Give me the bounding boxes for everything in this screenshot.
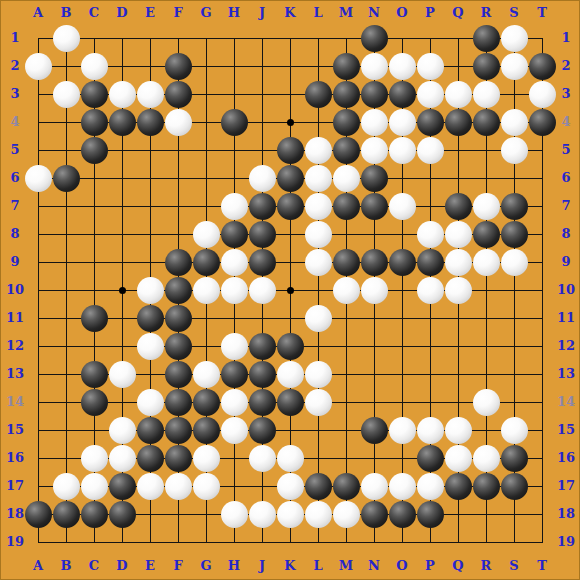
go-stone-black-J15 [249, 417, 276, 444]
row-label-left-7: 7 [2, 199, 28, 213]
column-label-bottom-D: D [109, 559, 135, 573]
row-label-left-18: 18 [2, 507, 28, 521]
row-label-right-17: 17 [553, 479, 579, 493]
go-stone-black-F13 [165, 361, 192, 388]
column-label-bottom-R: R [473, 559, 499, 573]
row-label-right-10: 10 [553, 283, 579, 297]
go-stone-white-R16 [473, 445, 500, 472]
go-stone-white-S1 [501, 25, 528, 52]
go-stone-white-E12 [137, 333, 164, 360]
go-stone-black-F2 [165, 53, 192, 80]
go-stone-black-E11 [137, 305, 164, 332]
go-stone-black-F3 [165, 81, 192, 108]
go-stone-white-Q3 [445, 81, 472, 108]
go-stone-white-L18 [305, 501, 332, 528]
go-stone-white-L9 [305, 249, 332, 276]
go-stone-white-M10 [333, 277, 360, 304]
row-label-left-2: 2 [2, 59, 28, 73]
go-stone-black-J9 [249, 249, 276, 276]
row-label-left-8: 8 [2, 227, 28, 241]
column-label-bottom-C: C [81, 559, 107, 573]
row-label-right-14: 14 [553, 395, 579, 409]
column-label-bottom-J: J [249, 559, 275, 573]
go-stone-black-M3 [333, 81, 360, 108]
go-stone-white-A6 [25, 165, 52, 192]
go-stone-black-M7 [333, 193, 360, 220]
go-stone-white-R14 [473, 389, 500, 416]
row-label-right-5: 5 [553, 143, 579, 157]
column-label-top-B: B [53, 6, 79, 20]
column-label-bottom-N: N [361, 559, 387, 573]
go-stone-white-D15 [109, 417, 136, 444]
row-label-left-11: 11 [2, 311, 28, 325]
go-stone-black-M17 [333, 473, 360, 500]
go-stone-white-K13 [277, 361, 304, 388]
go-stone-white-H9 [221, 249, 248, 276]
go-stone-black-Q4 [445, 109, 472, 136]
go-stone-white-N4 [361, 109, 388, 136]
go-stone-white-Q15 [445, 417, 472, 444]
go-stone-white-O4 [389, 109, 416, 136]
go-stone-black-O3 [389, 81, 416, 108]
go-stone-black-C4 [81, 109, 108, 136]
go-stone-white-R9 [473, 249, 500, 276]
row-label-left-12: 12 [2, 339, 28, 353]
row-label-right-8: 8 [553, 227, 579, 241]
go-stone-black-N7 [361, 193, 388, 220]
column-label-top-G: G [193, 6, 219, 20]
go-stone-white-N17 [361, 473, 388, 500]
go-stone-black-N3 [361, 81, 388, 108]
go-stone-white-P5 [417, 137, 444, 164]
column-label-bottom-B: B [53, 559, 79, 573]
go-stone-white-L6 [305, 165, 332, 192]
go-stone-black-L3 [305, 81, 332, 108]
go-stone-white-H10 [221, 277, 248, 304]
go-stone-white-E10 [137, 277, 164, 304]
row-label-left-16: 16 [2, 451, 28, 465]
column-label-top-T: T [529, 6, 555, 20]
star-point-K4 [287, 119, 294, 126]
go-stone-black-E15 [137, 417, 164, 444]
go-stone-black-J8 [249, 221, 276, 248]
go-stone-black-S17 [501, 473, 528, 500]
column-label-top-K: K [277, 6, 303, 20]
go-stone-black-F16 [165, 445, 192, 472]
go-stone-white-S5 [501, 137, 528, 164]
row-label-right-7: 7 [553, 199, 579, 213]
go-stone-black-C5 [81, 137, 108, 164]
go-stone-white-L13 [305, 361, 332, 388]
go-stone-black-S8 [501, 221, 528, 248]
go-stone-white-S2 [501, 53, 528, 80]
go-stone-black-Q7 [445, 193, 472, 220]
go-stone-white-L5 [305, 137, 332, 164]
go-stone-black-B18 [53, 501, 80, 528]
go-stone-white-J10 [249, 277, 276, 304]
go-stone-black-D17 [109, 473, 136, 500]
column-label-top-H: H [221, 6, 247, 20]
go-stone-white-E14 [137, 389, 164, 416]
go-stone-black-F12 [165, 333, 192, 360]
column-label-bottom-S: S [501, 559, 527, 573]
go-stone-white-K17 [277, 473, 304, 500]
column-label-bottom-M: M [333, 559, 359, 573]
go-stone-white-M6 [333, 165, 360, 192]
go-stone-white-J18 [249, 501, 276, 528]
row-label-right-16: 16 [553, 451, 579, 465]
go-stone-black-M9 [333, 249, 360, 276]
go-stone-white-G13 [193, 361, 220, 388]
go-stone-black-N9 [361, 249, 388, 276]
row-label-left-4: 4 [2, 115, 28, 129]
row-label-left-1: 1 [2, 31, 28, 45]
row-label-left-15: 15 [2, 423, 28, 437]
go-stone-black-J14 [249, 389, 276, 416]
go-stone-black-K14 [277, 389, 304, 416]
go-stone-white-G8 [193, 221, 220, 248]
row-label-left-14: 14 [2, 395, 28, 409]
go-stone-white-D13 [109, 361, 136, 388]
row-label-left-9: 9 [2, 255, 28, 269]
column-label-top-A: A [25, 6, 51, 20]
go-stone-black-S7 [501, 193, 528, 220]
star-point-D10 [119, 287, 126, 294]
go-stone-white-N2 [361, 53, 388, 80]
go-stone-white-H12 [221, 333, 248, 360]
row-label-right-3: 3 [553, 87, 579, 101]
go-stone-white-R3 [473, 81, 500, 108]
go-stone-black-G15 [193, 417, 220, 444]
column-label-bottom-A: A [25, 559, 51, 573]
go-stone-white-G10 [193, 277, 220, 304]
row-label-right-1: 1 [553, 31, 579, 45]
grid-line-horizontal [38, 542, 543, 543]
row-label-right-2: 2 [553, 59, 579, 73]
go-stone-black-F10 [165, 277, 192, 304]
go-stone-white-Q16 [445, 445, 472, 472]
go-stone-white-E3 [137, 81, 164, 108]
row-label-left-5: 5 [2, 143, 28, 157]
go-stone-white-P2 [417, 53, 444, 80]
go-stone-black-C18 [81, 501, 108, 528]
go-stone-white-J16 [249, 445, 276, 472]
column-label-bottom-H: H [221, 559, 247, 573]
row-label-right-11: 11 [553, 311, 579, 325]
go-stone-white-O5 [389, 137, 416, 164]
go-stone-white-B17 [53, 473, 80, 500]
go-stone-black-M2 [333, 53, 360, 80]
row-label-left-3: 3 [2, 87, 28, 101]
go-stone-black-R4 [473, 109, 500, 136]
row-label-left-13: 13 [2, 367, 28, 381]
go-stone-white-N5 [361, 137, 388, 164]
go-stone-white-S4 [501, 109, 528, 136]
row-label-right-19: 19 [553, 535, 579, 549]
go-stone-black-J7 [249, 193, 276, 220]
go-stone-white-O2 [389, 53, 416, 80]
go-stone-white-G16 [193, 445, 220, 472]
go-stone-black-T4 [529, 109, 556, 136]
go-stone-white-P8 [417, 221, 444, 248]
row-label-left-10: 10 [2, 283, 28, 297]
row-label-right-12: 12 [553, 339, 579, 353]
go-stone-black-F15 [165, 417, 192, 444]
column-label-top-C: C [81, 6, 107, 20]
go-stone-black-Q17 [445, 473, 472, 500]
go-stone-white-P15 [417, 417, 444, 444]
go-stone-black-F14 [165, 389, 192, 416]
go-stone-white-M18 [333, 501, 360, 528]
column-label-top-J: J [249, 6, 275, 20]
go-stone-white-H7 [221, 193, 248, 220]
go-stone-white-Q10 [445, 277, 472, 304]
go-stone-black-G14 [193, 389, 220, 416]
go-stone-white-R7 [473, 193, 500, 220]
go-stone-black-K5 [277, 137, 304, 164]
column-label-bottom-L: L [305, 559, 331, 573]
go-stone-white-F17 [165, 473, 192, 500]
go-stone-black-S16 [501, 445, 528, 472]
go-stone-white-K16 [277, 445, 304, 472]
column-label-top-Q: Q [445, 6, 471, 20]
go-stone-black-G9 [193, 249, 220, 276]
column-label-top-R: R [473, 6, 499, 20]
go-stone-black-K12 [277, 333, 304, 360]
go-stone-black-A18 [25, 501, 52, 528]
go-stone-white-D3 [109, 81, 136, 108]
row-label-right-4: 4 [553, 115, 579, 129]
go-stone-white-P3 [417, 81, 444, 108]
go-stone-black-N6 [361, 165, 388, 192]
go-stone-white-H18 [221, 501, 248, 528]
go-stone-white-L8 [305, 221, 332, 248]
go-stone-black-P4 [417, 109, 444, 136]
column-label-top-O: O [389, 6, 415, 20]
go-stone-white-N10 [361, 277, 388, 304]
go-stone-black-C11 [81, 305, 108, 332]
go-stone-black-E16 [137, 445, 164, 472]
go-stone-black-P9 [417, 249, 444, 276]
row-label-right-15: 15 [553, 423, 579, 437]
go-stone-black-O18 [389, 501, 416, 528]
go-stone-white-S9 [501, 249, 528, 276]
go-stone-white-L7 [305, 193, 332, 220]
go-stone-white-P10 [417, 277, 444, 304]
row-label-right-13: 13 [553, 367, 579, 381]
go-stone-black-J13 [249, 361, 276, 388]
column-label-bottom-K: K [277, 559, 303, 573]
go-board[interactable]: AABBCCDDEEFFGGHHJJKKLLMMNNOOPPQQRRSSTT11… [0, 0, 580, 580]
column-label-top-N: N [361, 6, 387, 20]
go-stone-white-D16 [109, 445, 136, 472]
go-stone-black-R2 [473, 53, 500, 80]
go-stone-white-F4 [165, 109, 192, 136]
go-stone-black-L17 [305, 473, 332, 500]
go-stone-white-O15 [389, 417, 416, 444]
column-label-top-E: E [137, 6, 163, 20]
column-label-bottom-O: O [389, 559, 415, 573]
grid-line-horizontal [38, 318, 543, 319]
column-label-bottom-T: T [529, 559, 555, 573]
go-stone-white-B3 [53, 81, 80, 108]
column-label-bottom-P: P [417, 559, 443, 573]
go-stone-black-H13 [221, 361, 248, 388]
row-label-left-17: 17 [2, 479, 28, 493]
go-stone-black-D18 [109, 501, 136, 528]
go-stone-black-C13 [81, 361, 108, 388]
go-stone-black-J12 [249, 333, 276, 360]
column-label-top-M: M [333, 6, 359, 20]
go-stone-black-N1 [361, 25, 388, 52]
row-label-left-6: 6 [2, 171, 28, 185]
go-stone-white-O17 [389, 473, 416, 500]
go-stone-white-C2 [81, 53, 108, 80]
go-stone-white-B1 [53, 25, 80, 52]
go-stone-white-Q9 [445, 249, 472, 276]
go-stone-black-H4 [221, 109, 248, 136]
go-stone-black-C3 [81, 81, 108, 108]
go-stone-white-L14 [305, 389, 332, 416]
column-label-bottom-Q: Q [445, 559, 471, 573]
go-stone-white-G17 [193, 473, 220, 500]
column-label-top-L: L [305, 6, 331, 20]
go-stone-black-C14 [81, 389, 108, 416]
go-stone-black-N18 [361, 501, 388, 528]
row-label-right-9: 9 [553, 255, 579, 269]
go-stone-black-F11 [165, 305, 192, 332]
go-stone-black-N15 [361, 417, 388, 444]
go-stone-white-A2 [25, 53, 52, 80]
go-stone-black-E4 [137, 109, 164, 136]
go-stone-black-P18 [417, 501, 444, 528]
row-label-left-19: 19 [2, 535, 28, 549]
go-stone-black-F9 [165, 249, 192, 276]
go-stone-white-J6 [249, 165, 276, 192]
go-stone-white-H14 [221, 389, 248, 416]
go-stone-white-E17 [137, 473, 164, 500]
go-stone-black-O9 [389, 249, 416, 276]
go-stone-black-M4 [333, 109, 360, 136]
go-stone-white-C16 [81, 445, 108, 472]
go-stone-white-T3 [529, 81, 556, 108]
go-stone-white-K18 [277, 501, 304, 528]
grid-line-vertical [318, 38, 319, 543]
go-stone-black-R8 [473, 221, 500, 248]
row-label-right-18: 18 [553, 507, 579, 521]
go-stone-black-K7 [277, 193, 304, 220]
go-stone-white-Q8 [445, 221, 472, 248]
column-label-bottom-E: E [137, 559, 163, 573]
column-label-bottom-G: G [193, 559, 219, 573]
go-stone-black-H8 [221, 221, 248, 248]
go-stone-white-L11 [305, 305, 332, 332]
go-stone-black-T2 [529, 53, 556, 80]
go-stone-white-O7 [389, 193, 416, 220]
go-stone-white-P17 [417, 473, 444, 500]
go-stone-black-M5 [333, 137, 360, 164]
go-stone-black-P16 [417, 445, 444, 472]
go-stone-black-D4 [109, 109, 136, 136]
column-label-bottom-F: F [165, 559, 191, 573]
column-label-top-P: P [417, 6, 443, 20]
go-stone-black-R1 [473, 25, 500, 52]
go-stone-white-C17 [81, 473, 108, 500]
column-label-top-S: S [501, 6, 527, 20]
go-stone-black-B6 [53, 165, 80, 192]
go-stone-white-H15 [221, 417, 248, 444]
column-label-top-D: D [109, 6, 135, 20]
go-stone-black-R17 [473, 473, 500, 500]
star-point-K10 [287, 287, 294, 294]
go-stone-white-S15 [501, 417, 528, 444]
column-label-top-F: F [165, 6, 191, 20]
go-stone-black-K6 [277, 165, 304, 192]
row-label-right-6: 6 [553, 171, 579, 185]
